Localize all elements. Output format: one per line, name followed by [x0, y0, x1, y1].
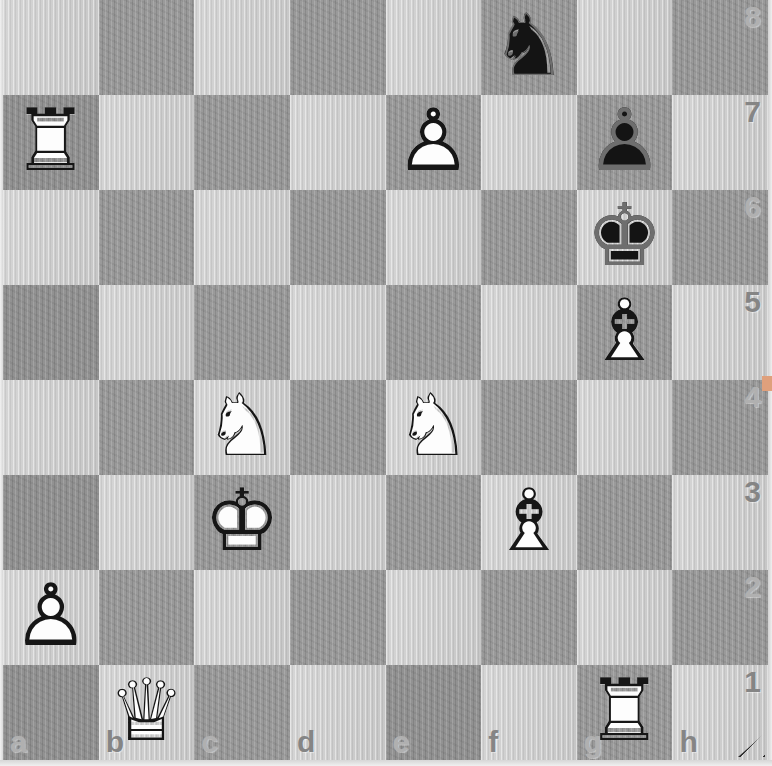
square-d3[interactable] [290, 475, 386, 570]
square-c6[interactable] [194, 190, 290, 285]
piece-white-queen[interactable]: ♛♕ [99, 665, 195, 760]
piece-white-pawn[interactable]: ♟♙ [3, 570, 99, 665]
piece-white-bishop[interactable]: ♝♗ [481, 475, 577, 570]
rank-label-3: 3 [744, 475, 761, 509]
file-label-d: d [297, 725, 315, 759]
knight-glyph-outline: ♘ [490, 2, 567, 88]
square-f6[interactable] [481, 190, 577, 285]
chess-board: ♞♘8♜♖♟♙♟♙7♚♔6♝♗5♞♘♞♘4♚♔♝♗3♟♙2ab♛♕cdefg♜♖… [3, 0, 768, 760]
square-b7[interactable] [99, 95, 195, 190]
rank-label-4: 4 [744, 380, 761, 414]
square-c1[interactable]: c [194, 665, 290, 760]
knight-glyph-outline: ♘ [395, 382, 472, 468]
square-b1[interactable]: b♛♕ [99, 665, 195, 760]
square-a7[interactable]: ♜♖ [3, 95, 99, 190]
square-b3[interactable] [99, 475, 195, 570]
square-h3[interactable]: 3 [672, 475, 768, 570]
king-glyph-outline: ♔ [586, 192, 663, 278]
square-b8[interactable] [99, 0, 195, 95]
piece-white-knight[interactable]: ♞♘ [194, 380, 290, 475]
square-a5[interactable] [3, 285, 99, 380]
square-b5[interactable] [99, 285, 195, 380]
square-h5[interactable]: 5 [672, 285, 768, 380]
rook-glyph-outline: ♖ [12, 97, 89, 183]
square-g1[interactable]: g♜♖ [577, 665, 673, 760]
piece-white-king[interactable]: ♚♔ [194, 475, 290, 570]
square-e3[interactable] [386, 475, 482, 570]
square-g2[interactable] [577, 570, 673, 665]
square-d6[interactable] [290, 190, 386, 285]
piece-white-knight[interactable]: ♞♘ [386, 380, 482, 475]
square-f3[interactable]: ♝♗ [481, 475, 577, 570]
square-b2[interactable] [99, 570, 195, 665]
rank-label-8: 8 [744, 0, 761, 34]
queen-glyph-outline: ♕ [108, 667, 185, 753]
square-a6[interactable] [3, 190, 99, 285]
file-label-a: a [10, 725, 27, 759]
piece-white-pawn[interactable]: ♟♙ [386, 95, 482, 190]
square-e8[interactable] [386, 0, 482, 95]
square-g5[interactable]: ♝♗ [577, 285, 673, 380]
file-label-h: h [679, 725, 697, 759]
square-a4[interactable] [3, 380, 99, 475]
square-b4[interactable] [99, 380, 195, 475]
square-c3[interactable]: ♚♔ [194, 475, 290, 570]
square-h4[interactable]: 4 [672, 380, 768, 475]
square-e4[interactable]: ♞♘ [386, 380, 482, 475]
rank-label-1: 1 [744, 665, 761, 699]
square-f7[interactable] [481, 95, 577, 190]
file-label-e: e [393, 725, 410, 759]
square-a1[interactable]: a [3, 665, 99, 760]
square-f8[interactable]: ♞♘ [481, 0, 577, 95]
square-d5[interactable] [290, 285, 386, 380]
square-g7[interactable]: ♟♙ [577, 95, 673, 190]
piece-black-king[interactable]: ♚♔ [577, 190, 673, 285]
square-d8[interactable] [290, 0, 386, 95]
pawn-glyph-outline: ♙ [395, 97, 472, 183]
rook-glyph-outline: ♖ [586, 667, 663, 753]
square-f2[interactable] [481, 570, 577, 665]
pawn-glyph-outline: ♙ [12, 572, 89, 658]
square-h7[interactable]: 7 [672, 95, 768, 190]
board-border-bottom [0, 760, 772, 766]
square-f4[interactable] [481, 380, 577, 475]
square-e1[interactable]: e [386, 665, 482, 760]
square-c5[interactable] [194, 285, 290, 380]
square-a3[interactable] [3, 475, 99, 570]
piece-black-pawn[interactable]: ♟♙ [577, 95, 673, 190]
square-c4[interactable]: ♞♘ [194, 380, 290, 475]
rank-label-6: 6 [744, 190, 761, 224]
rank-label-7: 7 [744, 95, 761, 129]
rank-label-5: 5 [744, 285, 761, 319]
square-d7[interactable] [290, 95, 386, 190]
square-a2[interactable]: ♟♙ [3, 570, 99, 665]
knight-glyph-outline: ♘ [204, 382, 281, 468]
square-e7[interactable]: ♟♙ [386, 95, 482, 190]
rank-label-2: 2 [744, 570, 761, 604]
piece-white-bishop[interactable]: ♝♗ [577, 285, 673, 380]
square-a8[interactable] [3, 0, 99, 95]
square-g8[interactable] [577, 0, 673, 95]
square-g6[interactable]: ♚♔ [577, 190, 673, 285]
bishop-glyph-outline: ♗ [586, 287, 663, 373]
square-h2[interactable]: 2 [672, 570, 768, 665]
chess-app-window: ♞♘8♜♖♟♙♟♙7♚♔6♝♗5♞♘♞♘4♚♔♝♗3♟♙2ab♛♕cdefg♜♖… [0, 0, 772, 766]
square-h8[interactable]: 8 [672, 0, 768, 95]
square-g4[interactable] [577, 380, 673, 475]
square-e5[interactable] [386, 285, 482, 380]
square-f5[interactable] [481, 285, 577, 380]
square-e2[interactable] [386, 570, 482, 665]
square-c7[interactable] [194, 95, 290, 190]
piece-white-rook[interactable]: ♜♖ [3, 95, 99, 190]
square-d1[interactable]: d [290, 665, 386, 760]
square-h6[interactable]: 6 [672, 190, 768, 285]
square-g3[interactable] [577, 475, 673, 570]
square-d4[interactable] [290, 380, 386, 475]
square-d2[interactable] [290, 570, 386, 665]
file-label-c: c [201, 725, 218, 759]
file-label-f: f [488, 725, 498, 759]
piece-black-knight[interactable]: ♞♘ [481, 0, 577, 95]
square-c2[interactable] [194, 570, 290, 665]
king-glyph-outline: ♔ [204, 477, 281, 563]
side-edge-marker [762, 376, 772, 391]
square-c8[interactable] [194, 0, 290, 95]
pawn-glyph-outline: ♙ [586, 97, 663, 183]
square-e6[interactable] [386, 190, 482, 285]
square-f1[interactable]: f [481, 665, 577, 760]
bishop-glyph-outline: ♗ [490, 477, 567, 563]
piece-white-rook[interactable]: ♜♖ [577, 665, 673, 760]
square-b6[interactable] [99, 190, 195, 285]
